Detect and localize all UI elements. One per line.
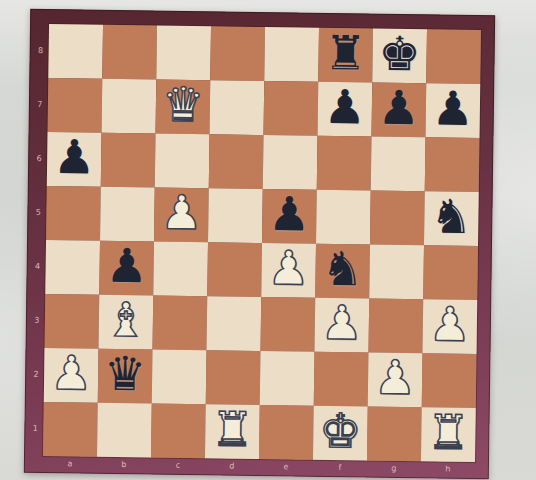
square-b7 [102, 79, 157, 134]
square-h2 [422, 353, 477, 408]
square-c5: ♟ [154, 188, 209, 243]
square-b3: ♝ [99, 295, 154, 350]
square-e5: ♟ [262, 189, 317, 244]
piece-black-king-g8: ♚ [378, 27, 421, 82]
square-e4: ♟ [261, 243, 316, 298]
square-e1 [259, 405, 314, 460]
rank-label-4: 4 [33, 262, 43, 271]
rank-label-8: 8 [36, 46, 46, 55]
square-d4 [207, 242, 262, 297]
piece-black-pawn-a6: ♟ [53, 130, 96, 185]
file-label-a: a [64, 458, 76, 470]
square-a6: ♟ [47, 132, 102, 187]
square-g7: ♟ [372, 83, 427, 138]
square-h5: ♞ [424, 191, 479, 246]
square-a8 [48, 24, 103, 79]
square-c8 [156, 26, 211, 81]
file-label-g: g [388, 463, 400, 475]
piece-black-pawn-f7: ♟ [323, 80, 366, 135]
square-f8: ♜ [318, 28, 373, 83]
square-a7 [48, 78, 103, 133]
piece-white-pawn-a2: ♟ [50, 346, 93, 401]
piece-black-pawn-e5: ♟ [268, 187, 311, 242]
piece-white-rook-h1: ♜ [427, 405, 470, 460]
square-d3 [207, 296, 262, 351]
square-g3 [368, 299, 423, 354]
rank-label-5: 5 [33, 208, 43, 217]
square-g2: ♟ [368, 353, 423, 408]
board-border: 87654321 abcdefgh ♜♚♛♟♟♟♟♟♟♞♟♟♞♝♟♟♟♛♟♜♚♜ [24, 9, 495, 479]
square-g1 [367, 407, 422, 462]
square-h4 [423, 245, 478, 300]
square-d2 [206, 350, 261, 405]
square-a2: ♟ [44, 348, 99, 403]
piece-black-pawn-h7: ♟ [431, 81, 474, 136]
piece-black-rook-f8: ♜ [324, 26, 367, 81]
square-b5 [100, 187, 155, 242]
file-label-d: d [226, 461, 238, 473]
square-f6 [317, 136, 372, 191]
square-d1: ♜ [205, 404, 260, 459]
square-f2 [314, 352, 369, 407]
square-d7 [210, 80, 265, 135]
square-h8 [426, 29, 481, 84]
piece-white-queen-c7: ♛ [161, 78, 204, 133]
chess-board: ♜♚♛♟♟♟♟♟♟♞♟♟♞♝♟♟♟♛♟♜♚♜ [43, 24, 481, 462]
square-a5 [46, 186, 101, 241]
square-b6 [101, 133, 156, 188]
piece-black-knight-f4: ♞ [321, 242, 364, 297]
square-f4: ♞ [315, 244, 370, 299]
piece-black-queen-b2: ♛ [104, 347, 147, 402]
square-b8 [102, 25, 157, 80]
square-h7: ♟ [426, 83, 481, 138]
square-g6 [371, 137, 426, 192]
piece-white-pawn-h3: ♟ [428, 297, 471, 352]
square-a4 [45, 240, 100, 295]
square-h6 [425, 137, 480, 192]
piece-white-pawn-f3: ♟ [320, 296, 363, 351]
square-e2 [260, 351, 315, 406]
file-label-e: e [280, 461, 292, 473]
square-a3 [45, 294, 100, 349]
square-a1 [43, 402, 98, 457]
square-g5 [370, 191, 425, 246]
piece-black-knight-h5: ♞ [430, 189, 473, 244]
file-label-f: f [334, 462, 346, 474]
file-label-h: h [442, 464, 454, 476]
piece-white-king-f1: ♚ [319, 404, 362, 459]
square-c2 [152, 350, 207, 405]
square-h3: ♟ [422, 299, 477, 354]
piece-white-pawn-e4: ♟ [267, 241, 310, 296]
square-e7 [264, 81, 319, 136]
square-e6 [263, 135, 318, 190]
file-label-b: b [118, 459, 130, 471]
square-g8: ♚ [372, 29, 427, 84]
rank-label-6: 6 [34, 154, 44, 163]
rank-label-7: 7 [35, 100, 45, 109]
square-b1 [97, 403, 152, 458]
square-b4: ♟ [99, 241, 154, 296]
square-b2: ♛ [98, 349, 153, 404]
square-c4 [153, 242, 208, 297]
square-c3 [153, 296, 208, 351]
rank-label-3: 3 [32, 316, 42, 325]
chessboard-photo: 87654321 abcdefgh ♜♚♛♟♟♟♟♟♟♞♟♟♞♝♟♟♟♛♟♜♚♜ [24, 9, 495, 479]
square-c7: ♛ [156, 80, 211, 135]
square-h1: ♜ [421, 407, 476, 462]
square-e3 [261, 297, 316, 352]
piece-white-pawn-g2: ♟ [374, 351, 417, 406]
piece-white-rook-d1: ♜ [211, 402, 254, 457]
square-c6 [155, 134, 210, 189]
square-e8 [264, 27, 319, 82]
square-g4 [369, 245, 424, 300]
square-f7: ♟ [318, 82, 373, 137]
rank-label-2: 2 [31, 370, 41, 379]
square-f3: ♟ [315, 298, 370, 353]
square-d8 [210, 26, 265, 81]
rank-label-1: 1 [30, 424, 40, 433]
piece-black-pawn-g7: ♟ [377, 81, 420, 136]
piece-black-pawn-b4: ♟ [105, 239, 148, 294]
piece-white-pawn-c5: ♟ [160, 186, 203, 241]
square-d6 [209, 134, 264, 189]
square-f5 [316, 190, 371, 245]
file-label-c: c [172, 460, 184, 472]
square-c1 [151, 404, 206, 459]
square-d5 [208, 188, 263, 243]
square-f1: ♚ [313, 406, 368, 461]
piece-white-bishop-b3: ♝ [104, 293, 147, 348]
